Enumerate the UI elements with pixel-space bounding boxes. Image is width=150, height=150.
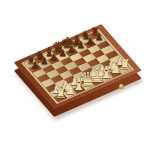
chess-board [14, 24, 142, 109]
chess-set-photo: ♜♞♝♛♚♝♞♜♟♟♟♟♟♟♟♟♟♟♟♟♟♟♟♟♜♞♝♛♚♝♞♜ [0, 0, 150, 150]
brass-clasp-icon [119, 84, 124, 89]
